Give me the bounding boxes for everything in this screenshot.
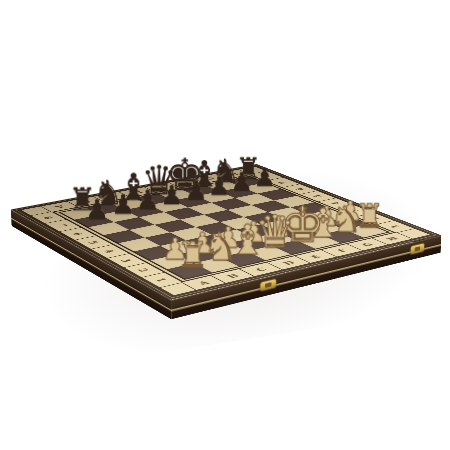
piece-white-pawn-a2: ♟ xyxy=(158,234,193,263)
piece-white-pawn-b2: ♟ xyxy=(185,229,220,258)
piece-white-knight-b1: ♞ xyxy=(202,228,237,266)
piece-white-bishop-c1: ♝ xyxy=(229,219,264,260)
brass-clasp-left xyxy=(260,279,276,291)
brass-clasp-right xyxy=(411,243,425,254)
piece-white-rook-a1: ♜ xyxy=(175,237,211,273)
piece-white-pawn-c2: ♟ xyxy=(211,223,245,252)
product-photo-stage: ABCDEFGH ABCDEFGH 87654321 87654321 ♜♞♝♛… xyxy=(0,0,450,450)
